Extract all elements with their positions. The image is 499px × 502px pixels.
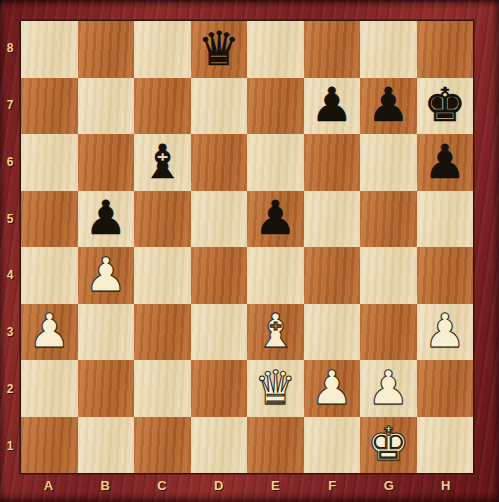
square-d6[interactable] [191, 134, 248, 191]
square-e1[interactable] [247, 417, 304, 474]
piece-black-pawn-b5[interactable]: ♟ [85, 194, 127, 241]
square-c2[interactable] [134, 360, 191, 417]
rank-label-3: 3 [0, 304, 20, 361]
square-d7[interactable] [191, 78, 248, 135]
square-g7[interactable]: ♟ [360, 78, 417, 135]
square-a4[interactable] [21, 247, 78, 304]
file-label-e: E [247, 475, 304, 496]
square-a6[interactable] [21, 134, 78, 191]
piece-black-pawn-g7[interactable]: ♟ [367, 81, 409, 128]
square-a2[interactable] [21, 360, 78, 417]
file-label-a: A [20, 475, 77, 496]
file-label-g: G [361, 475, 418, 496]
square-h5[interactable] [417, 191, 474, 248]
square-a7[interactable] [21, 78, 78, 135]
square-h8[interactable] [417, 21, 474, 78]
chess-board: ♛♟♟♚♝♟♟♟♟♟♝♟♛♟♟♚ [20, 20, 474, 474]
file-label-c: C [134, 475, 191, 496]
file-labels: ABCDEFGH [20, 475, 474, 496]
piece-black-pawn-h6[interactable]: ♟ [424, 138, 466, 185]
square-h1[interactable] [417, 417, 474, 474]
square-b5[interactable]: ♟ [78, 191, 135, 248]
rank-labels: 87654321 [0, 20, 20, 474]
piece-white-pawn-a3[interactable]: ♟ [28, 307, 70, 354]
square-e7[interactable] [247, 78, 304, 135]
square-f7[interactable]: ♟ [304, 78, 361, 135]
square-h3[interactable]: ♟ [417, 304, 474, 361]
square-f8[interactable] [304, 21, 361, 78]
rank-label-7: 7 [0, 77, 20, 134]
square-b2[interactable] [78, 360, 135, 417]
square-e4[interactable] [247, 247, 304, 304]
piece-white-bishop-e3[interactable]: ♝ [254, 307, 296, 354]
square-b3[interactable] [78, 304, 135, 361]
square-g8[interactable] [360, 21, 417, 78]
square-c7[interactable] [134, 78, 191, 135]
square-g3[interactable] [360, 304, 417, 361]
rank-label-2: 2 [0, 361, 20, 418]
square-b4[interactable]: ♟ [78, 247, 135, 304]
file-label-d: D [190, 475, 247, 496]
piece-white-king-g1[interactable]: ♚ [367, 420, 409, 467]
board-frame: 87654321 ♛♟♟♚♝♟♟♟♟♟♝♟♛♟♟♚ ABCDEFGH [0, 0, 499, 502]
square-b7[interactable] [78, 78, 135, 135]
piece-black-queen-d8[interactable]: ♛ [198, 25, 240, 72]
square-f3[interactable] [304, 304, 361, 361]
square-g4[interactable] [360, 247, 417, 304]
square-e8[interactable] [247, 21, 304, 78]
square-d1[interactable] [191, 417, 248, 474]
square-e6[interactable] [247, 134, 304, 191]
square-a8[interactable] [21, 21, 78, 78]
square-a5[interactable] [21, 191, 78, 248]
piece-white-pawn-b4[interactable]: ♟ [85, 251, 127, 298]
file-label-h: H [417, 475, 474, 496]
rank-label-6: 6 [0, 134, 20, 191]
square-h2[interactable] [417, 360, 474, 417]
rank-label-8: 8 [0, 20, 20, 77]
square-d4[interactable] [191, 247, 248, 304]
piece-white-pawn-h3[interactable]: ♟ [424, 307, 466, 354]
square-c4[interactable] [134, 247, 191, 304]
square-b8[interactable] [78, 21, 135, 78]
square-c3[interactable] [134, 304, 191, 361]
square-c1[interactable] [134, 417, 191, 474]
square-c8[interactable] [134, 21, 191, 78]
square-f1[interactable] [304, 417, 361, 474]
square-h7[interactable]: ♚ [417, 78, 474, 135]
square-d8[interactable]: ♛ [191, 21, 248, 78]
square-g6[interactable] [360, 134, 417, 191]
square-f4[interactable] [304, 247, 361, 304]
square-g1[interactable]: ♚ [360, 417, 417, 474]
square-a1[interactable] [21, 417, 78, 474]
square-g5[interactable] [360, 191, 417, 248]
piece-white-pawn-f2[interactable]: ♟ [311, 364, 353, 411]
square-c6[interactable]: ♝ [134, 134, 191, 191]
piece-white-pawn-g2[interactable]: ♟ [367, 364, 409, 411]
piece-black-pawn-f7[interactable]: ♟ [311, 81, 353, 128]
square-h6[interactable]: ♟ [417, 134, 474, 191]
square-e3[interactable]: ♝ [247, 304, 304, 361]
rank-label-1: 1 [0, 417, 20, 474]
square-f5[interactable] [304, 191, 361, 248]
piece-black-king-h7[interactable]: ♚ [424, 81, 466, 128]
piece-black-bishop-c6[interactable]: ♝ [141, 138, 183, 185]
rank-label-5: 5 [0, 190, 20, 247]
square-e5[interactable]: ♟ [247, 191, 304, 248]
square-a3[interactable]: ♟ [21, 304, 78, 361]
square-c5[interactable] [134, 191, 191, 248]
piece-black-pawn-e5[interactable]: ♟ [254, 194, 296, 241]
square-d2[interactable] [191, 360, 248, 417]
square-g2[interactable]: ♟ [360, 360, 417, 417]
file-label-f: F [304, 475, 361, 496]
file-label-b: B [77, 475, 134, 496]
piece-white-queen-e2[interactable]: ♛ [254, 364, 296, 411]
square-b1[interactable] [78, 417, 135, 474]
square-h4[interactable] [417, 247, 474, 304]
square-d5[interactable] [191, 191, 248, 248]
rank-label-4: 4 [0, 247, 20, 304]
square-b6[interactable] [78, 134, 135, 191]
square-f2[interactable]: ♟ [304, 360, 361, 417]
square-f6[interactable] [304, 134, 361, 191]
square-e2[interactable]: ♛ [247, 360, 304, 417]
square-d3[interactable] [191, 304, 248, 361]
